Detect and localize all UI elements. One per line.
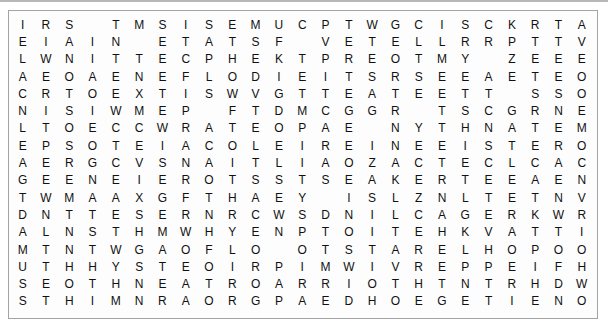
grid-cell: H xyxy=(430,224,453,241)
grid-cell: A xyxy=(197,33,220,50)
grid-cell: L xyxy=(197,68,220,85)
grid-cell: M xyxy=(58,189,81,206)
grid-cell: I xyxy=(360,258,383,275)
grid-cell: T xyxy=(81,206,104,223)
grid-cell: N xyxy=(174,154,197,171)
grid-cell: R xyxy=(407,258,430,275)
grid-cell: L xyxy=(500,154,523,171)
grid-cell: O xyxy=(570,68,593,85)
grid-cell: E xyxy=(477,206,500,223)
grid-cell: R xyxy=(524,16,547,33)
grid-cell: W xyxy=(104,241,127,258)
grid-cell: T xyxy=(477,85,500,102)
grid-cell: T xyxy=(221,172,244,189)
grid-cell: K xyxy=(524,206,547,223)
grid-cell: T xyxy=(197,189,220,206)
grid-cell: E xyxy=(34,172,57,189)
grid-cell: H xyxy=(477,241,500,258)
grid-cell: W xyxy=(174,224,197,241)
grid-cell: E xyxy=(430,85,453,102)
grid-cell: T xyxy=(291,51,314,68)
grid-cell: R xyxy=(291,275,314,292)
grid-cell: L xyxy=(244,137,267,154)
grid-cell: C xyxy=(244,206,267,223)
grid-cell: R xyxy=(500,206,523,223)
grid-cell: T xyxy=(104,224,127,241)
grid-cell: E xyxy=(407,172,430,189)
grid-cell: Z xyxy=(500,51,523,68)
grid-cell: T xyxy=(477,275,500,292)
grid-cell: T xyxy=(81,275,104,292)
grid-cell: M xyxy=(244,16,267,33)
grid-cell: M xyxy=(430,51,453,68)
grid-cell: H xyxy=(81,258,104,275)
grid-cell: E xyxy=(151,102,174,119)
grid-cell: I xyxy=(291,137,314,154)
grid-cell: I xyxy=(291,258,314,275)
grid-cell: H xyxy=(454,120,477,137)
grid-cell: V xyxy=(477,224,500,241)
grid-cell: I xyxy=(360,224,383,241)
grid-cell: A xyxy=(58,33,81,50)
grid-cell: H xyxy=(360,293,383,310)
grid-cell: M xyxy=(11,241,34,258)
grid-cell: W xyxy=(34,189,57,206)
grid-cell: G xyxy=(430,293,453,310)
grid-cell: S xyxy=(151,16,174,33)
grid-cell: C xyxy=(477,16,500,33)
grid-cell: N xyxy=(547,293,570,310)
grid-cell: C xyxy=(197,137,220,154)
grid-cell: C xyxy=(174,51,197,68)
grid-cell: E xyxy=(454,154,477,171)
grid-cell: N xyxy=(58,51,81,68)
grid-cell: N xyxy=(547,189,570,206)
grid-cell: T xyxy=(291,85,314,102)
grid-cell: R xyxy=(337,51,360,68)
grid-cell: O xyxy=(570,85,593,102)
grid-cell-blank xyxy=(314,189,337,206)
grid-cell: A xyxy=(267,275,290,292)
grid-cell: I xyxy=(151,137,174,154)
grid-cell: I xyxy=(81,293,104,310)
grid-cell: E xyxy=(104,172,127,189)
grid-cell: S xyxy=(291,206,314,223)
grid-cell: T xyxy=(314,85,337,102)
grid-cell: E xyxy=(104,68,127,85)
grid-cell: O xyxy=(197,293,220,310)
grid-cell: E xyxy=(384,33,407,50)
grid-cell: T xyxy=(314,241,337,258)
grid-cell: I xyxy=(291,154,314,171)
grid-cell: H xyxy=(58,293,81,310)
grid-cell: E xyxy=(337,85,360,102)
grid-cell: U xyxy=(267,16,290,33)
grid-cell: A xyxy=(384,154,407,171)
grid-cell: R xyxy=(34,85,57,102)
grid-cell: E xyxy=(547,51,570,68)
grid-cell: H xyxy=(58,258,81,275)
grid-cell: C xyxy=(291,16,314,33)
grid-cell: Y xyxy=(454,51,477,68)
grid-cell: R xyxy=(174,120,197,137)
grid-cell: O xyxy=(58,275,81,292)
grid-cell: T xyxy=(477,189,500,206)
grid-cell: I xyxy=(34,102,57,119)
grid-cell: T xyxy=(104,16,127,33)
grid-cell: E xyxy=(104,85,127,102)
grid-cell: R xyxy=(174,206,197,223)
grid-cell: R xyxy=(34,16,57,33)
grid-cell: R xyxy=(454,33,477,50)
grid-cell: A xyxy=(360,85,383,102)
grid-cell: S xyxy=(58,137,81,154)
grid-cell: R xyxy=(221,206,244,223)
grid-cell: C xyxy=(127,120,150,137)
grid-cell: P xyxy=(267,258,290,275)
grid-cell-blank xyxy=(477,51,500,68)
grid-cell: G xyxy=(337,102,360,119)
grid-cell: E xyxy=(430,68,453,85)
grid-cell: Z xyxy=(407,189,430,206)
grid-cell: E xyxy=(454,68,477,85)
grid-cell: I xyxy=(314,68,337,85)
grid-cell: E xyxy=(81,120,104,137)
grid-cell-blank xyxy=(500,85,523,102)
grid-cell: E xyxy=(244,120,267,137)
grid-cell: A xyxy=(81,189,104,206)
grid-cell: N xyxy=(384,137,407,154)
word-search-page: IRSTMSISEMUCPTWGCISCKRTAEIAINETATSFVETEL… xyxy=(0,0,608,330)
grid-cell: I xyxy=(81,51,104,68)
grid-cell: L xyxy=(34,224,57,241)
grid-cell: G xyxy=(384,16,407,33)
grid-cell: T xyxy=(34,241,57,258)
grid-cell: Y xyxy=(221,224,244,241)
grid-cell: P xyxy=(314,16,337,33)
grid-cell: S xyxy=(197,85,220,102)
grid-cell: E xyxy=(337,137,360,154)
grid-cell: N xyxy=(337,206,360,223)
grid-cell: W xyxy=(221,85,244,102)
grid-cell: R xyxy=(151,293,174,310)
grid-cell: O xyxy=(570,241,593,258)
grid-cell: A xyxy=(291,293,314,310)
grid-cell: T xyxy=(547,224,570,241)
grid-cell: T xyxy=(477,293,500,310)
grid-cell: E xyxy=(430,137,453,154)
grid-cell: E xyxy=(500,68,523,85)
grid-cell: E xyxy=(360,51,383,68)
grid-cell: I xyxy=(34,33,57,50)
grid-cell: T xyxy=(360,241,383,258)
grid-cell: E xyxy=(500,189,523,206)
grid-cell: N xyxy=(81,172,104,189)
grid-cell: O xyxy=(500,241,523,258)
grid-cell: E xyxy=(337,172,360,189)
grid-cell: V xyxy=(314,33,337,50)
grid-cell: E xyxy=(244,51,267,68)
grid-cell: N xyxy=(454,275,477,292)
grid-cell: T xyxy=(337,16,360,33)
grid-cell: E xyxy=(267,137,290,154)
grid-cell: E xyxy=(151,206,174,223)
grid-cell: L xyxy=(384,189,407,206)
grid-cell: I xyxy=(221,154,244,171)
grid-cell: K xyxy=(500,16,523,33)
grid-cell: P xyxy=(454,258,477,275)
grid-cell: R xyxy=(384,68,407,85)
grid-cell: O xyxy=(337,154,360,171)
grid-cell: R xyxy=(524,102,547,119)
grid-cell: A xyxy=(500,224,523,241)
grid-cell: I xyxy=(500,293,523,310)
grid-cell: W xyxy=(104,102,127,119)
grid-cell: T xyxy=(454,85,477,102)
grid-cell: S xyxy=(151,154,174,171)
grid-cell: T xyxy=(524,224,547,241)
grid-cell: L xyxy=(11,51,34,68)
grid-cell: I xyxy=(570,224,593,241)
grid-cell: E xyxy=(407,293,430,310)
grid-cell: E xyxy=(500,258,523,275)
grid-cell: T xyxy=(197,275,220,292)
grid-cell: I xyxy=(337,189,360,206)
grid-cell: A xyxy=(314,154,337,171)
grid-cell: N xyxy=(267,224,290,241)
grid-cell: A xyxy=(477,68,500,85)
puzzle-border-box: IRSTMSISEMUCPTWGCISCKRTAEIAINETATSFVETEL… xyxy=(8,10,598,319)
grid-cell: D xyxy=(244,68,267,85)
grid-cell: E xyxy=(337,120,360,137)
grid-cell: T xyxy=(151,258,174,275)
grid-cell: L xyxy=(221,241,244,258)
grid-cell: T xyxy=(384,275,407,292)
grid-cell: A xyxy=(81,68,104,85)
grid-cell: T xyxy=(547,33,570,50)
grid-cell: V xyxy=(127,154,150,171)
grid-cell: A xyxy=(151,241,174,258)
grid-cell: T xyxy=(547,16,570,33)
grid-cell: N xyxy=(34,206,57,223)
grid-cell-blank xyxy=(407,102,430,119)
grid-cell: T xyxy=(244,154,267,171)
grid-cell: E xyxy=(34,275,57,292)
grid-cell: G xyxy=(81,154,104,171)
grid-cell: S xyxy=(337,241,360,258)
grid-cell: I xyxy=(360,206,383,223)
grid-cell: N xyxy=(197,206,220,223)
grid-cell: P xyxy=(477,258,500,275)
grid-cell: U xyxy=(11,258,34,275)
grid-cell: S xyxy=(58,16,81,33)
grid-cell: A xyxy=(11,154,34,171)
grid-cell: R xyxy=(547,137,570,154)
grid-cell: D xyxy=(267,102,290,119)
grid-cell: E xyxy=(570,51,593,68)
grid-cell: R xyxy=(314,137,337,154)
grid-cell-blank xyxy=(360,120,383,137)
grid-cell: M xyxy=(291,102,314,119)
grid-cell: O xyxy=(570,137,593,154)
grid-cell: X xyxy=(127,189,150,206)
grid-cell: N xyxy=(384,120,407,137)
grid-cell: E xyxy=(407,224,430,241)
grid-cell: T xyxy=(221,33,244,50)
grid-cell: A xyxy=(174,275,197,292)
grid-cell: G xyxy=(267,85,290,102)
grid-cell: S xyxy=(81,224,104,241)
grid-cell: T xyxy=(58,206,81,223)
grid-cell: E xyxy=(430,258,453,275)
top-divider-line xyxy=(0,0,608,2)
grid-cell: P xyxy=(34,137,57,154)
grid-cell: T xyxy=(127,51,150,68)
grid-cell: T xyxy=(104,51,127,68)
grid-cell: C xyxy=(104,120,127,137)
grid-cell: X xyxy=(127,85,150,102)
grid-cell: S xyxy=(524,85,547,102)
grid-cell: O xyxy=(244,241,267,258)
grid-cell: L xyxy=(407,33,430,50)
grid-cell: C xyxy=(407,154,430,171)
grid-cell: S xyxy=(454,102,477,119)
grid-cell: S xyxy=(477,137,500,154)
grid-cell: O xyxy=(58,68,81,85)
grid-cell: L xyxy=(430,33,453,50)
grid-cell: A xyxy=(570,16,593,33)
grid-cell: O xyxy=(291,241,314,258)
grid-cell: E xyxy=(151,33,174,50)
grid-cell: F xyxy=(547,258,570,275)
grid-cell: T xyxy=(430,102,453,119)
grid-cell: O xyxy=(384,293,407,310)
grid-cell: G xyxy=(11,172,34,189)
grid-cell: W xyxy=(267,206,290,223)
grid-cell: A xyxy=(314,120,337,137)
grid-cell: T xyxy=(104,137,127,154)
grid-cell: L xyxy=(454,189,477,206)
grid-cell: Z xyxy=(360,154,383,171)
grid-cell: I xyxy=(81,33,104,50)
grid-cell: O xyxy=(197,258,220,275)
grid-cell: G xyxy=(151,189,174,206)
grid-cell: T xyxy=(454,172,477,189)
grid-cell: E xyxy=(127,137,150,154)
grid-cell: P xyxy=(174,102,197,119)
grid-cell: E xyxy=(221,16,244,33)
grid-cell: O xyxy=(547,241,570,258)
grid-cell: T xyxy=(524,120,547,137)
grid-cell: A xyxy=(197,120,220,137)
grid-cell: C xyxy=(314,102,337,119)
grid-cell: V xyxy=(384,258,407,275)
grid-cell: A xyxy=(174,137,197,154)
grid-cell: T xyxy=(360,33,383,50)
grid-cell: E xyxy=(34,154,57,171)
grid-cell: T xyxy=(34,258,57,275)
grid-cell: T xyxy=(500,137,523,154)
grid-cell: E xyxy=(11,137,34,154)
grid-cell: V xyxy=(244,85,267,102)
grid-cell: S xyxy=(407,68,430,85)
grid-cell: E xyxy=(151,68,174,85)
grid-cell: M xyxy=(314,258,337,275)
grid-cell: W xyxy=(34,51,57,68)
grid-cell: E xyxy=(267,189,290,206)
grid-cell: N xyxy=(547,102,570,119)
grid-cell: T xyxy=(524,189,547,206)
grid-cell: P xyxy=(500,33,523,50)
grid-cell: R xyxy=(500,275,523,292)
grid-cell: T xyxy=(174,33,197,50)
grid-cell: E xyxy=(104,206,127,223)
grid-cell: S xyxy=(244,33,267,50)
grid-cell: E xyxy=(477,172,500,189)
grid-cell: M xyxy=(127,16,150,33)
grid-cell: T xyxy=(384,224,407,241)
grid-cell: R xyxy=(174,172,197,189)
grid-cell: O xyxy=(174,241,197,258)
grid-cell: T xyxy=(221,120,244,137)
grid-cell: S xyxy=(244,172,267,189)
grid-cell: G xyxy=(360,102,383,119)
grid-cell: T xyxy=(524,33,547,50)
grid-cell: P xyxy=(524,241,547,258)
grid-cell: C xyxy=(407,206,430,223)
grid-cell: A xyxy=(104,189,127,206)
grid-cell: D xyxy=(337,293,360,310)
grid-cell: I xyxy=(430,16,453,33)
grid-cell: E xyxy=(524,51,547,68)
grid-cell: C xyxy=(477,102,500,119)
grid-cell: H xyxy=(221,51,244,68)
grid-cell: F xyxy=(267,33,290,50)
grid-cell: N xyxy=(11,102,34,119)
grid-cell: G xyxy=(244,293,267,310)
grid-cell-blank xyxy=(267,241,290,258)
grid-cell: N xyxy=(58,224,81,241)
grid-cell: T xyxy=(337,68,360,85)
grid-cell: F xyxy=(221,102,244,119)
grid-cell: T xyxy=(524,68,547,85)
grid-cell: A xyxy=(197,154,220,171)
grid-cell: O xyxy=(360,275,383,292)
grid-cell: O xyxy=(81,137,104,154)
grid-cell: H xyxy=(104,275,127,292)
grid-cell: W xyxy=(337,258,360,275)
grid-cell: E xyxy=(151,275,174,292)
grid-cell-blank xyxy=(81,16,104,33)
grid-cell: O xyxy=(244,275,267,292)
grid-cell: I xyxy=(337,275,360,292)
grid-cell: N xyxy=(58,241,81,258)
grid-cell: W xyxy=(151,120,174,137)
grid-cell: T xyxy=(244,102,267,119)
grid-cell: K xyxy=(384,172,407,189)
grid-cell: W xyxy=(547,206,570,223)
grid-cell: P xyxy=(291,224,314,241)
grid-cell: T xyxy=(151,85,174,102)
grid-cell: A xyxy=(547,154,570,171)
grid-cell: O xyxy=(197,172,220,189)
grid-cell: T xyxy=(384,85,407,102)
grid-cell: K xyxy=(454,224,477,241)
grid-cell: O xyxy=(58,120,81,137)
grid-cell: F xyxy=(174,68,197,85)
grid-cell: I xyxy=(221,258,244,275)
grid-cell: G xyxy=(127,241,150,258)
